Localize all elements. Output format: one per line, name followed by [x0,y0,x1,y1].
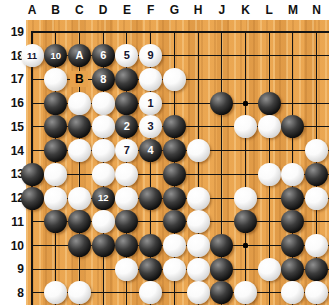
stone-white [187,210,210,233]
stone-black: 12 [92,187,115,210]
stone-white [163,234,186,257]
stone-black [210,281,233,304]
stone-black [163,187,186,210]
stone-black [210,92,233,115]
stone-label: 5 [124,50,130,61]
go-board-diagram: ABCDEFGHJKLMN19181716151413121110981110A… [0,0,329,305]
coord-letter: K [237,1,255,19]
star-point [243,243,248,248]
stone-white [187,139,210,162]
stone-black: 8 [92,68,115,91]
stone-label: 8 [100,74,106,85]
coord-letter: A [23,1,41,19]
stone-black: 4 [139,139,162,162]
stone-black [44,92,67,115]
stone-black [163,210,186,233]
stone-white [92,139,115,162]
stone-white [92,163,115,186]
stone-white [44,187,67,210]
stone-label: A [75,50,83,61]
stone-white [234,187,257,210]
stone-black: 6 [92,44,115,67]
stone-white [234,115,257,138]
coord-number: 9 [0,260,24,278]
stone-black [281,234,304,257]
stone-black [234,210,257,233]
coord-letter: L [260,1,278,19]
stone-white [92,210,115,233]
grid-line-horizontal [31,31,329,33]
stone-black [210,234,233,257]
stone-black [163,163,186,186]
stone-black: 10 [44,44,67,67]
stone-white [258,258,281,281]
coord-number: 8 [0,284,24,302]
stone-black [115,92,138,115]
coord-number: 19 [0,23,24,41]
stone-black [163,115,186,138]
stone-black [115,210,138,233]
stone-black [305,163,328,186]
stone-black [44,139,67,162]
stone-white [115,163,138,186]
stone-white [187,187,210,210]
stone-black [281,187,304,210]
stone-white [187,258,210,281]
stone-label: 7 [124,145,130,156]
stone-white [163,258,186,281]
stone-label: 6 [100,50,106,61]
stone-black [281,258,304,281]
stone-white [68,92,91,115]
stone-black [210,258,233,281]
stone-black: A [68,44,91,67]
stone-black [281,210,304,233]
stone-black: 2 [115,115,138,138]
stone-black [305,258,328,281]
stone-white [68,187,91,210]
stone-white [44,163,67,186]
coord-letter: E [118,1,136,19]
stone-black [258,92,281,115]
stone-black [92,234,115,257]
stone-black [139,258,162,281]
stone-white [44,281,67,304]
stone-white [68,281,91,304]
stone-black [281,115,304,138]
coord-letter: C [70,1,88,19]
stone-black [21,187,44,210]
coord-letter: F [142,1,160,19]
stone-white [187,281,210,304]
stone-label: 4 [148,145,154,156]
stone-label: 12 [98,193,109,203]
stone-black [139,234,162,257]
coord-number: 14 [0,142,24,160]
stone-label: 9 [148,50,154,61]
stone-white [115,187,138,210]
stone-black [68,234,91,257]
board-layers: ABCDEFGHJKLMN19181716151413121110981110A… [0,0,329,305]
stone-label: 10 [50,51,61,61]
stone-white: 1 [139,92,162,115]
stone-label: 1 [148,98,154,109]
stone-white [281,281,304,304]
stone-black [44,115,67,138]
stone-black [139,187,162,210]
stone-black [44,210,67,233]
stone-white: 5 [115,44,138,67]
coord-number: 10 [0,237,24,255]
coord-letter: G [165,1,183,19]
stone-white: 3 [139,115,162,138]
coord-letter: B [47,1,65,19]
coord-letter: M [284,1,302,19]
stone-white [305,281,328,304]
stone-white [234,281,257,304]
stone-black [68,115,91,138]
coord-letter: J [213,1,231,19]
empty-point-label: B [70,71,88,87]
stone-white: 9 [139,44,162,67]
stone-white: 11 [21,44,44,67]
coord-number: 15 [0,118,24,136]
stone-black [68,210,91,233]
stone-white [115,258,138,281]
stone-label: 11 [27,51,37,61]
stone-black [163,139,186,162]
coord-letter: N [308,1,326,19]
stone-label: 3 [148,121,154,132]
stone-white: 7 [115,139,138,162]
stone-white [258,115,281,138]
stone-white [92,115,115,138]
stone-white [68,139,91,162]
grid-line-vertical [245,31,246,305]
coord-number: 11 [0,213,24,231]
coord-number: 16 [0,94,24,112]
stone-black [115,68,138,91]
stone-white [305,139,328,162]
stone-white [139,68,162,91]
coord-letter: D [94,1,112,19]
stone-white [305,187,328,210]
stone-white [305,234,328,257]
stone-black [115,234,138,257]
stone-white [92,92,115,115]
stone-label: 2 [124,121,130,132]
coord-letter: H [189,1,207,19]
stone-white [258,163,281,186]
stone-white [187,234,210,257]
stone-white [281,163,304,186]
stone-white [139,281,162,304]
stone-white [44,68,67,91]
stone-black [21,163,44,186]
star-point [243,101,248,106]
coord-number: 17 [0,70,24,88]
stone-white [163,68,186,91]
